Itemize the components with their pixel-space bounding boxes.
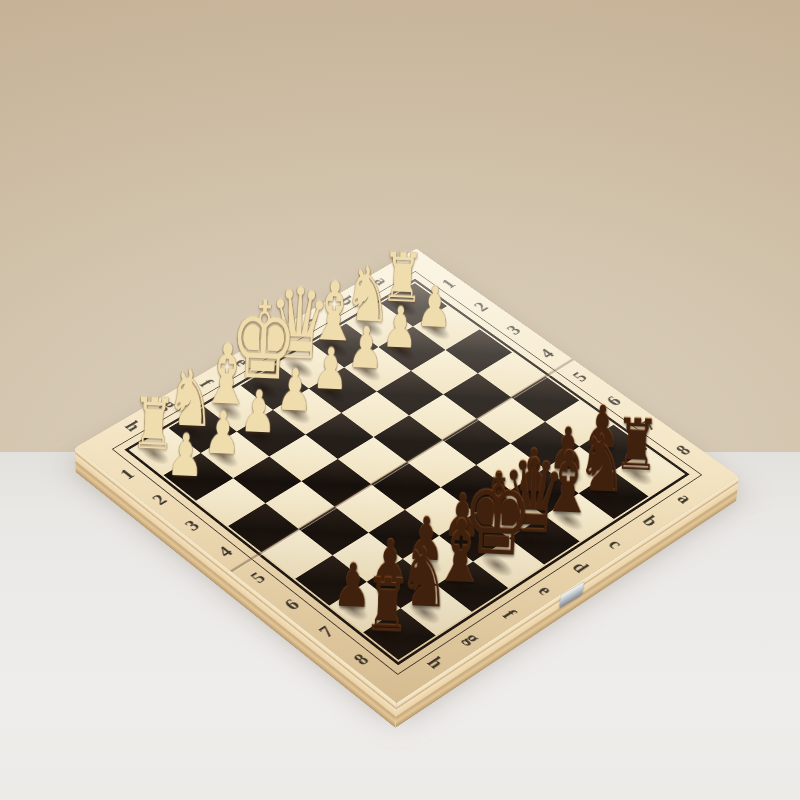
white-pawn-glyph: ♟ [139, 424, 232, 486]
chess-set-photo-scene: 11aa22bb33cc44dd55ee66ff77gg88hh ♜♞♝♛♚♝♞… [0, 0, 800, 800]
folding-chess-board: 11aa22bb33cc44dd55ee66ff77gg88hh ♜♞♝♛♚♝♞… [75, 249, 739, 704]
black-rook-glyph: ♜ [338, 567, 436, 644]
